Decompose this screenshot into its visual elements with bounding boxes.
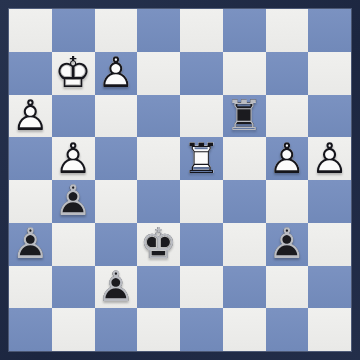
- square-g1[interactable]: [266, 308, 309, 351]
- square-b2[interactable]: [52, 266, 95, 309]
- king-glyph-outline: ♔︎: [52, 52, 95, 95]
- square-h7[interactable]: [308, 52, 351, 95]
- square-c7[interactable]: ♟︎♙︎: [95, 52, 138, 95]
- square-h1[interactable]: [308, 308, 351, 351]
- square-g7[interactable]: [266, 52, 309, 95]
- king-glyph-fill: ♚︎: [137, 223, 180, 266]
- square-e7[interactable]: [180, 52, 223, 95]
- pawn-glyph-fill: ♟︎: [266, 223, 309, 266]
- square-e2[interactable]: [180, 266, 223, 309]
- rook-glyph-fill: ♜︎: [180, 137, 223, 180]
- square-b7[interactable]: ♚︎♔︎: [52, 52, 95, 95]
- square-a7[interactable]: [9, 52, 52, 95]
- square-c5[interactable]: [95, 137, 138, 180]
- black-pawn-c2[interactable]: ♟︎♙︎: [95, 266, 138, 309]
- square-a5[interactable]: [9, 137, 52, 180]
- square-d6[interactable]: [137, 95, 180, 138]
- square-f5[interactable]: [223, 137, 266, 180]
- square-g4[interactable]: [266, 180, 309, 223]
- square-g8[interactable]: [266, 9, 309, 52]
- square-f6[interactable]: ♜︎♖︎: [223, 95, 266, 138]
- square-c2[interactable]: ♟︎♙︎: [95, 266, 138, 309]
- pawn-glyph-fill: ♟︎: [266, 137, 309, 180]
- black-pawn-g3[interactable]: ♟︎♙︎: [266, 223, 309, 266]
- pawn-glyph-fill: ♟︎: [95, 52, 138, 95]
- white-pawn-c7[interactable]: ♟︎♙︎: [95, 52, 138, 95]
- white-king-b7[interactable]: ♚︎♔︎: [52, 52, 95, 95]
- pawn-glyph-outline: ♙︎: [52, 180, 95, 223]
- square-b1[interactable]: [52, 308, 95, 351]
- square-c1[interactable]: [95, 308, 138, 351]
- square-f7[interactable]: [223, 52, 266, 95]
- pawn-glyph-fill: ♟︎: [308, 137, 351, 180]
- board-frame: ♚︎♔︎♟︎♙︎♟︎♙︎♜︎♖︎♟︎♙︎♜︎♖︎♟︎♙︎♟︎♙︎♟︎♙︎♟︎♙︎…: [0, 0, 360, 360]
- black-pawn-b4[interactable]: ♟︎♙︎: [52, 180, 95, 223]
- square-a8[interactable]: [9, 9, 52, 52]
- square-g6[interactable]: [266, 95, 309, 138]
- black-pawn-a3[interactable]: ♟︎♙︎: [9, 223, 52, 266]
- pawn-glyph-outline: ♙︎: [9, 95, 52, 138]
- square-e6[interactable]: [180, 95, 223, 138]
- pawn-glyph-outline: ♙︎: [95, 266, 138, 309]
- square-d7[interactable]: [137, 52, 180, 95]
- square-a1[interactable]: [9, 308, 52, 351]
- square-f3[interactable]: [223, 223, 266, 266]
- square-e4[interactable]: [180, 180, 223, 223]
- square-e5[interactable]: ♜︎♖︎: [180, 137, 223, 180]
- square-h5[interactable]: ♟︎♙︎: [308, 137, 351, 180]
- black-king-d3[interactable]: ♚︎♔︎: [137, 223, 180, 266]
- white-pawn-g5[interactable]: ♟︎♙︎: [266, 137, 309, 180]
- white-pawn-h5[interactable]: ♟︎♙︎: [308, 137, 351, 180]
- black-rook-f6[interactable]: ♜︎♖︎: [223, 95, 266, 138]
- square-g2[interactable]: [266, 266, 309, 309]
- white-pawn-b5[interactable]: ♟︎♙︎: [52, 137, 95, 180]
- square-e3[interactable]: [180, 223, 223, 266]
- square-g3[interactable]: ♟︎♙︎: [266, 223, 309, 266]
- king-glyph-outline: ♔︎: [137, 223, 180, 266]
- square-a4[interactable]: [9, 180, 52, 223]
- pawn-glyph-fill: ♟︎: [95, 266, 138, 309]
- pawn-glyph-outline: ♙︎: [9, 223, 52, 266]
- square-c4[interactable]: [95, 180, 138, 223]
- king-glyph-fill: ♚︎: [52, 52, 95, 95]
- square-f2[interactable]: [223, 266, 266, 309]
- chess-board: ♚︎♔︎♟︎♙︎♟︎♙︎♜︎♖︎♟︎♙︎♜︎♖︎♟︎♙︎♟︎♙︎♟︎♙︎♟︎♙︎…: [9, 9, 351, 351]
- pawn-glyph-outline: ♙︎: [266, 137, 309, 180]
- square-f4[interactable]: [223, 180, 266, 223]
- square-h3[interactable]: [308, 223, 351, 266]
- pawn-glyph-fill: ♟︎: [52, 137, 95, 180]
- square-h6[interactable]: [308, 95, 351, 138]
- pawn-glyph-fill: ♟︎: [9, 95, 52, 138]
- square-b6[interactable]: [52, 95, 95, 138]
- rook-glyph-outline: ♖︎: [180, 137, 223, 180]
- square-g5[interactable]: ♟︎♙︎: [266, 137, 309, 180]
- white-pawn-a6[interactable]: ♟︎♙︎: [9, 95, 52, 138]
- square-b3[interactable]: [52, 223, 95, 266]
- square-d5[interactable]: [137, 137, 180, 180]
- pawn-glyph-outline: ♙︎: [52, 137, 95, 180]
- square-a3[interactable]: ♟︎♙︎: [9, 223, 52, 266]
- square-b5[interactable]: ♟︎♙︎: [52, 137, 95, 180]
- pawn-glyph-outline: ♙︎: [308, 137, 351, 180]
- square-e1[interactable]: [180, 308, 223, 351]
- white-rook-e5[interactable]: ♜︎♖︎: [180, 137, 223, 180]
- square-b4[interactable]: ♟︎♙︎: [52, 180, 95, 223]
- rook-glyph-outline: ♖︎: [223, 95, 266, 138]
- pawn-glyph-fill: ♟︎: [9, 223, 52, 266]
- square-c6[interactable]: [95, 95, 138, 138]
- square-c3[interactable]: [95, 223, 138, 266]
- pawn-glyph-outline: ♙︎: [95, 52, 138, 95]
- square-d1[interactable]: [137, 308, 180, 351]
- square-h2[interactable]: [308, 266, 351, 309]
- square-d4[interactable]: [137, 180, 180, 223]
- square-d8[interactable]: [137, 9, 180, 52]
- square-e8[interactable]: [180, 9, 223, 52]
- square-a2[interactable]: [9, 266, 52, 309]
- square-h4[interactable]: [308, 180, 351, 223]
- square-h8[interactable]: [308, 9, 351, 52]
- square-f1[interactable]: [223, 308, 266, 351]
- square-f8[interactable]: [223, 9, 266, 52]
- pawn-glyph-fill: ♟︎: [52, 180, 95, 223]
- rook-glyph-fill: ♜︎: [223, 95, 266, 138]
- pawn-glyph-outline: ♙︎: [266, 223, 309, 266]
- square-c8[interactable]: [95, 9, 138, 52]
- square-d3[interactable]: ♚︎♔︎: [137, 223, 180, 266]
- square-a6[interactable]: ♟︎♙︎: [9, 95, 52, 138]
- square-d2[interactable]: [137, 266, 180, 309]
- square-b8[interactable]: [52, 9, 95, 52]
